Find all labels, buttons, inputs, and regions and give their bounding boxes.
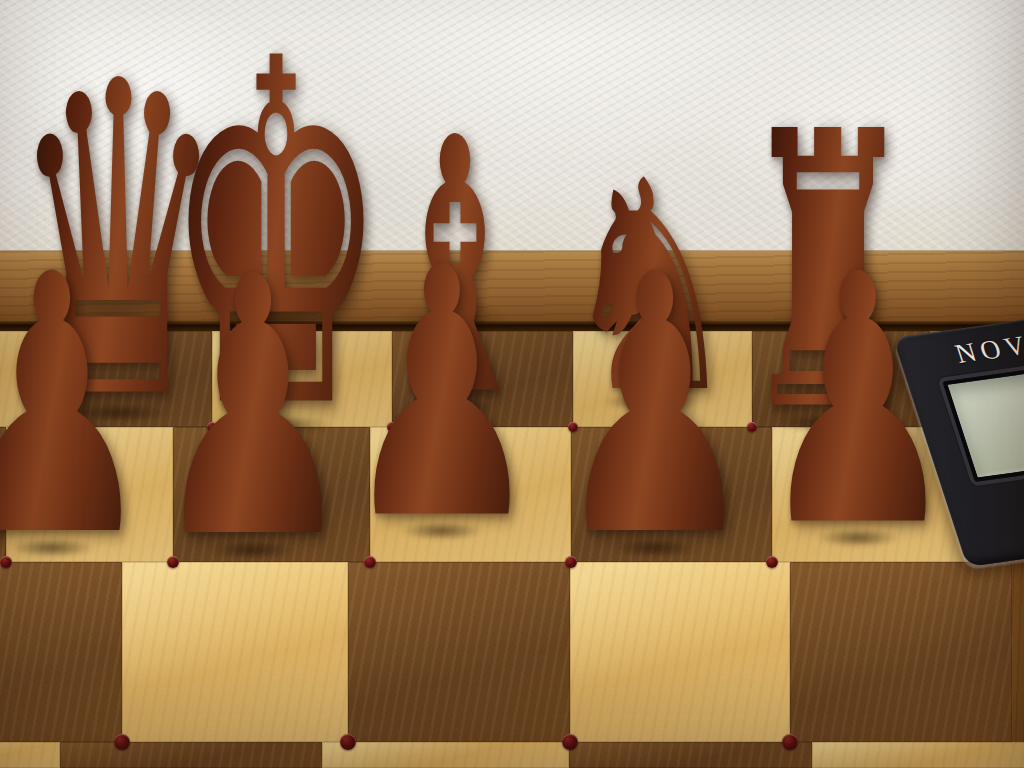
led-dot — [340, 734, 356, 750]
led-dot — [364, 556, 376, 568]
led-dot — [782, 734, 798, 750]
photo-scene: NOV S ♛♚♝♞♜♟♟♟♟♟ — [0, 0, 1024, 768]
led-dot — [568, 422, 578, 432]
led-dot — [747, 422, 757, 432]
led-dot — [562, 734, 578, 750]
led-dot — [167, 556, 179, 568]
led-dot — [114, 734, 130, 750]
led-dot — [207, 422, 217, 432]
led-dots-layer — [0, 0, 1024, 768]
led-dot — [387, 422, 397, 432]
led-dot — [0, 556, 12, 568]
led-dot — [766, 556, 778, 568]
clock-brand-text: NOV — [951, 329, 1024, 369]
led-dot — [565, 556, 577, 568]
